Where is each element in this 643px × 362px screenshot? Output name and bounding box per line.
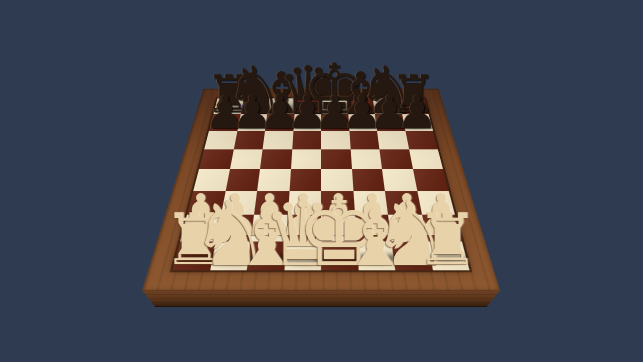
square-c5[interactable] — [260, 149, 292, 169]
square-a5[interactable] — [199, 149, 233, 169]
square-e5[interactable] — [321, 149, 352, 169]
piece-white-rook-h1[interactable]: ♜ — [412, 204, 483, 275]
square-h5[interactable] — [409, 149, 443, 169]
square-g5[interactable] — [379, 149, 412, 169]
board-frame-front — [142, 290, 500, 307]
pieces-layer: ♜♞♝♛♚♝♞♜♟♟♟♟♟♟♟♟♟♟♟♟♟♟♟♟♜♞♝♛♚♝♞♜ — [0, 0, 643, 362]
piece-black-pawn-h7[interactable]: ♟ — [394, 90, 440, 136]
square-d5[interactable] — [291, 149, 322, 169]
app-background: ♜♞♝♛♚♝♞♜♟♟♟♟♟♟♟♟♟♟♟♟♟♟♟♟♜♞♝♛♚♝♞♜ — [0, 0, 643, 362]
square-f5[interactable] — [350, 149, 382, 169]
square-b5[interactable] — [230, 149, 263, 169]
